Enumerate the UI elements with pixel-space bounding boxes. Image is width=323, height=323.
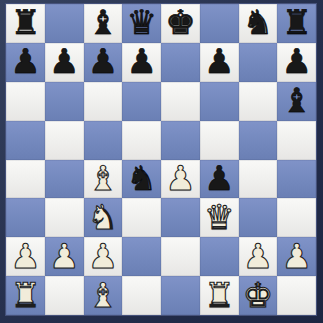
square-e4[interactable]: ♟	[161, 160, 200, 199]
square-h3[interactable]	[277, 198, 316, 237]
square-f3[interactable]: ♛	[200, 198, 239, 237]
white-pawn: ♟	[243, 239, 273, 273]
square-e8[interactable]: ♚	[161, 4, 200, 43]
white-bishop: ♝	[88, 278, 118, 312]
square-d7[interactable]: ♟	[122, 43, 161, 82]
square-d6[interactable]	[122, 82, 161, 121]
square-e3[interactable]	[161, 198, 200, 237]
square-h8[interactable]: ♜	[277, 4, 316, 43]
white-pawn: ♟	[165, 161, 195, 195]
black-pawn: ♟	[88, 44, 118, 78]
black-pawn: ♟	[49, 44, 79, 78]
black-pawn: ♟	[126, 44, 156, 78]
square-f4[interactable]: ♟	[200, 160, 239, 199]
square-b7[interactable]: ♟	[45, 43, 84, 82]
square-b4[interactable]	[45, 160, 84, 199]
black-bishop: ♝	[88, 5, 118, 39]
square-d8[interactable]: ♛	[122, 4, 161, 43]
square-a7[interactable]: ♟	[6, 43, 45, 82]
square-b6[interactable]	[45, 82, 84, 121]
square-c8[interactable]: ♝	[84, 4, 123, 43]
square-f6[interactable]	[200, 82, 239, 121]
square-h2[interactable]: ♟	[277, 237, 316, 276]
black-rook: ♜	[10, 5, 40, 39]
white-bishop: ♝	[88, 161, 118, 195]
square-g4[interactable]	[239, 160, 278, 199]
white-queen: ♛	[204, 200, 234, 234]
square-c2[interactable]: ♟	[84, 237, 123, 276]
square-a8[interactable]: ♜	[6, 4, 45, 43]
white-rook: ♜	[10, 278, 40, 312]
black-king: ♚	[165, 5, 195, 39]
square-g1[interactable]: ♚	[239, 276, 278, 315]
white-king: ♚	[243, 278, 273, 312]
black-bishop: ♝	[281, 83, 311, 117]
square-f8[interactable]	[200, 4, 239, 43]
square-f2[interactable]	[200, 237, 239, 276]
square-h5[interactable]	[277, 121, 316, 160]
square-f5[interactable]	[200, 121, 239, 160]
square-c1[interactable]: ♝	[84, 276, 123, 315]
square-a2[interactable]: ♟	[6, 237, 45, 276]
chess-board-frame: ♜♝♛♚♞♜♟♟♟♟♟♟♝♝♞♟♟♞♛♟♟♟♟♟♜♝♜♚	[0, 0, 323, 323]
square-g6[interactable]	[239, 82, 278, 121]
square-h1[interactable]	[277, 276, 316, 315]
white-pawn: ♟	[49, 239, 79, 273]
square-h6[interactable]: ♝	[277, 82, 316, 121]
square-c6[interactable]	[84, 82, 123, 121]
square-h4[interactable]	[277, 160, 316, 199]
square-g8[interactable]: ♞	[239, 4, 278, 43]
black-pawn: ♟	[281, 44, 311, 78]
square-a4[interactable]	[6, 160, 45, 199]
square-g7[interactable]	[239, 43, 278, 82]
square-c3[interactable]: ♞	[84, 198, 123, 237]
square-g3[interactable]	[239, 198, 278, 237]
square-d2[interactable]	[122, 237, 161, 276]
square-g5[interactable]	[239, 121, 278, 160]
white-knight: ♞	[88, 200, 118, 234]
white-pawn: ♟	[88, 239, 118, 273]
black-queen: ♛	[126, 5, 156, 39]
black-pawn: ♟	[204, 44, 234, 78]
white-pawn: ♟	[281, 239, 311, 273]
square-c7[interactable]: ♟	[84, 43, 123, 82]
square-d4[interactable]: ♞	[122, 160, 161, 199]
square-b2[interactable]: ♟	[45, 237, 84, 276]
square-d3[interactable]	[122, 198, 161, 237]
black-rook: ♜	[281, 5, 311, 39]
square-h7[interactable]: ♟	[277, 43, 316, 82]
square-a3[interactable]	[6, 198, 45, 237]
white-pawn: ♟	[10, 239, 40, 273]
square-b1[interactable]	[45, 276, 84, 315]
square-e2[interactable]	[161, 237, 200, 276]
square-c5[interactable]	[84, 121, 123, 160]
square-a5[interactable]	[6, 121, 45, 160]
square-e1[interactable]	[161, 276, 200, 315]
square-b8[interactable]	[45, 4, 84, 43]
square-f7[interactable]: ♟	[200, 43, 239, 82]
square-c4[interactable]: ♝	[84, 160, 123, 199]
square-e7[interactable]	[161, 43, 200, 82]
white-rook: ♜	[204, 278, 234, 312]
square-e6[interactable]	[161, 82, 200, 121]
black-pawn: ♟	[10, 44, 40, 78]
chess-board: ♜♝♛♚♞♜♟♟♟♟♟♟♝♝♞♟♟♞♛♟♟♟♟♟♜♝♜♚	[6, 4, 316, 315]
square-g2[interactable]: ♟	[239, 237, 278, 276]
black-knight: ♞	[126, 161, 156, 195]
square-d1[interactable]	[122, 276, 161, 315]
square-f1[interactable]: ♜	[200, 276, 239, 315]
black-knight: ♞	[243, 5, 273, 39]
square-b3[interactable]	[45, 198, 84, 237]
square-a6[interactable]	[6, 82, 45, 121]
black-pawn: ♟	[204, 161, 234, 195]
square-b5[interactable]	[45, 121, 84, 160]
square-d5[interactable]	[122, 121, 161, 160]
square-a1[interactable]: ♜	[6, 276, 45, 315]
square-e5[interactable]	[161, 121, 200, 160]
